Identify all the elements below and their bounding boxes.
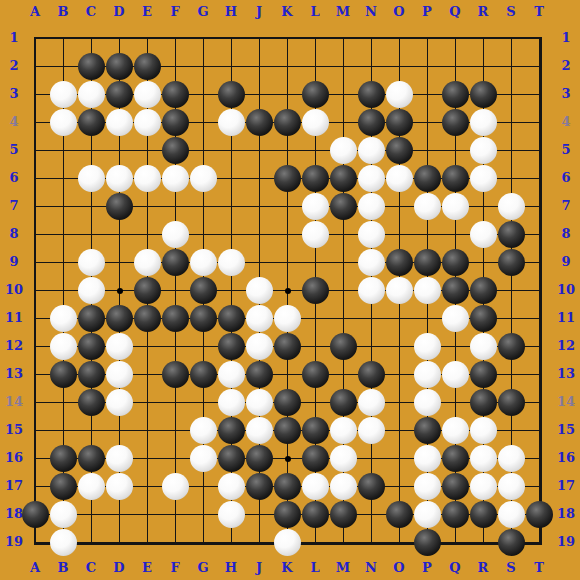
grid-line-vertical [539,38,540,543]
white-stone-P13[interactable] [414,361,441,388]
black-stone-E11[interactable] [134,305,161,332]
black-stone-B17[interactable] [50,473,77,500]
white-stone-D14[interactable] [106,389,133,416]
white-stone-B18[interactable] [50,501,77,528]
row-label-left: 3 [0,86,28,102]
white-stone-S16[interactable] [498,445,525,472]
black-stone-G11[interactable] [190,305,217,332]
white-stone-D16[interactable] [106,445,133,472]
white-stone-O3[interactable] [386,81,413,108]
white-stone-Q7[interactable] [442,193,469,220]
row-label-right: 9 [552,254,580,270]
row-label-right: 12 [552,338,580,354]
white-stone-E6[interactable] [134,165,161,192]
row-label-right: 13 [552,366,580,382]
black-stone-C13[interactable] [78,361,105,388]
white-stone-N15[interactable] [358,417,385,444]
black-stone-Q18[interactable] [442,501,469,528]
black-stone-T18[interactable] [526,501,553,528]
column-label-top: N [361,4,381,20]
white-stone-N14[interactable] [358,389,385,416]
column-label-bottom: T [529,560,549,576]
black-stone-L10[interactable] [302,277,329,304]
black-stone-P19[interactable] [414,529,441,556]
row-label-left: 17 [0,478,28,494]
black-stone-D7[interactable] [106,193,133,220]
white-stone-D13[interactable] [106,361,133,388]
black-stone-L16[interactable] [302,445,329,472]
black-stone-R13[interactable] [470,361,497,388]
row-label-left: 15 [0,422,28,438]
white-stone-N10[interactable] [358,277,385,304]
row-label-left: 6 [0,170,28,186]
row-label-left: 1 [0,30,28,46]
black-stone-C14[interactable] [78,389,105,416]
black-stone-M12[interactable] [330,333,357,360]
black-stone-L18[interactable] [302,501,329,528]
column-label-top: L [305,4,325,20]
column-label-bottom: H [221,560,241,576]
black-stone-L3[interactable] [302,81,329,108]
white-stone-R6[interactable] [470,165,497,192]
white-stone-S17[interactable] [498,473,525,500]
white-stone-M16[interactable] [330,445,357,472]
row-label-left: 10 [0,282,28,298]
row-label-left: 7 [0,198,28,214]
white-stone-D17[interactable] [106,473,133,500]
row-label-right: 7 [552,198,580,214]
column-label-top: R [473,4,493,20]
white-stone-O10[interactable] [386,277,413,304]
white-stone-B12[interactable] [50,333,77,360]
black-stone-H12[interactable] [218,333,245,360]
black-stone-K17[interactable] [274,473,301,500]
white-stone-K11[interactable] [274,305,301,332]
column-label-top: F [165,4,185,20]
row-label-right: 11 [552,310,580,326]
white-stone-G9[interactable] [190,249,217,276]
black-stone-H16[interactable] [218,445,245,472]
white-stone-B4[interactable] [50,109,77,136]
black-stone-N13[interactable] [358,361,385,388]
row-label-left: 16 [0,450,28,466]
white-stone-P12[interactable] [414,333,441,360]
white-stone-N6[interactable] [358,165,385,192]
column-label-top: T [529,4,549,20]
black-stone-B13[interactable] [50,361,77,388]
white-stone-H17[interactable] [218,473,245,500]
black-stone-L15[interactable] [302,417,329,444]
white-stone-R8[interactable] [470,221,497,248]
black-stone-H15[interactable] [218,417,245,444]
column-label-bottom: F [165,560,185,576]
black-stone-D11[interactable] [106,305,133,332]
black-stone-J16[interactable] [246,445,273,472]
black-stone-K18[interactable] [274,501,301,528]
black-stone-B16[interactable] [50,445,77,472]
black-stone-K4[interactable] [274,109,301,136]
white-stone-J10[interactable] [246,277,273,304]
black-stone-P6[interactable] [414,165,441,192]
white-stone-C10[interactable] [78,277,105,304]
white-stone-L4[interactable] [302,109,329,136]
white-stone-C17[interactable] [78,473,105,500]
white-stone-F17[interactable] [162,473,189,500]
black-stone-S8[interactable] [498,221,525,248]
column-label-bottom: A [25,560,45,576]
white-stone-L8[interactable] [302,221,329,248]
white-stone-M17[interactable] [330,473,357,500]
black-stone-E10[interactable] [134,277,161,304]
white-stone-P10[interactable] [414,277,441,304]
black-stone-O18[interactable] [386,501,413,528]
column-label-bottom: N [361,560,381,576]
white-stone-M5[interactable] [330,137,357,164]
black-stone-P15[interactable] [414,417,441,444]
black-stone-D3[interactable] [106,81,133,108]
black-stone-G10[interactable] [190,277,217,304]
go-board-app: AABBCCDDEEFFGGHHJJKKLLMMNNOOPPQQRRSSTT11… [0,0,580,580]
column-label-bottom: O [389,560,409,576]
white-stone-C6[interactable] [78,165,105,192]
black-stone-M7[interactable] [330,193,357,220]
black-stone-E2[interactable] [134,53,161,80]
row-label-right: 15 [552,422,580,438]
black-stone-J13[interactable] [246,361,273,388]
black-stone-H11[interactable] [218,305,245,332]
column-label-bottom: R [473,560,493,576]
black-stone-F3[interactable] [162,81,189,108]
column-label-bottom: D [109,560,129,576]
column-label-top: Q [445,4,465,20]
white-stone-H9[interactable] [218,249,245,276]
row-label-right: 16 [552,450,580,466]
row-label-left: 12 [0,338,28,354]
white-stone-N9[interactable] [358,249,385,276]
column-label-top: M [333,4,353,20]
row-label-left: 2 [0,58,28,74]
column-label-top: C [81,4,101,20]
row-label-left: 9 [0,254,28,270]
white-stone-G6[interactable] [190,165,217,192]
black-stone-Q10[interactable] [442,277,469,304]
star-point [117,288,123,294]
row-label-left: 19 [0,534,28,550]
column-label-bottom: G [193,560,213,576]
row-label-right: 3 [552,86,580,102]
white-stone-R4[interactable] [470,109,497,136]
white-stone-F6[interactable] [162,165,189,192]
column-label-top: O [389,4,409,20]
row-label-left: 4 [0,114,28,130]
black-stone-N3[interactable] [358,81,385,108]
row-label-left: 5 [0,142,28,158]
white-stone-Q15[interactable] [442,417,469,444]
black-stone-N4[interactable] [358,109,385,136]
column-label-top: S [501,4,521,20]
column-label-top: H [221,4,241,20]
white-stone-P18[interactable] [414,501,441,528]
white-stone-P7[interactable] [414,193,441,220]
star-point [285,456,291,462]
black-stone-O9[interactable] [386,249,413,276]
white-stone-J14[interactable] [246,389,273,416]
row-label-right: 6 [552,170,580,186]
white-stone-H4[interactable] [218,109,245,136]
white-stone-P16[interactable] [414,445,441,472]
black-stone-M6[interactable] [330,165,357,192]
white-stone-M15[interactable] [330,417,357,444]
white-stone-O6[interactable] [386,165,413,192]
column-label-top: P [417,4,437,20]
white-stone-D12[interactable] [106,333,133,360]
column-label-bottom: M [333,560,353,576]
black-stone-C12[interactable] [78,333,105,360]
white-stone-F8[interactable] [162,221,189,248]
black-stone-R10[interactable] [470,277,497,304]
row-label-right: 17 [552,478,580,494]
column-label-top: A [25,4,45,20]
white-stone-Q11[interactable] [442,305,469,332]
black-stone-L13[interactable] [302,361,329,388]
black-stone-K12[interactable] [274,333,301,360]
white-stone-L7[interactable] [302,193,329,220]
white-stone-D6[interactable] [106,165,133,192]
white-stone-N7[interactable] [358,193,385,220]
white-stone-L17[interactable] [302,473,329,500]
white-stone-E4[interactable] [134,109,161,136]
black-stone-P9[interactable] [414,249,441,276]
column-label-top: E [137,4,157,20]
white-stone-R16[interactable] [470,445,497,472]
white-stone-J12[interactable] [246,333,273,360]
black-stone-M18[interactable] [330,501,357,528]
column-label-bottom: E [137,560,157,576]
column-label-bottom: C [81,560,101,576]
white-stone-S18[interactable] [498,501,525,528]
white-stone-Q13[interactable] [442,361,469,388]
black-stone-Q9[interactable] [442,249,469,276]
row-label-right: 18 [552,506,580,522]
white-stone-N8[interactable] [358,221,385,248]
black-stone-K15[interactable] [274,417,301,444]
black-stone-D2[interactable] [106,53,133,80]
black-stone-C4[interactable] [78,109,105,136]
row-label-right: 10 [552,282,580,298]
black-stone-F9[interactable] [162,249,189,276]
white-stone-E3[interactable] [134,81,161,108]
white-stone-D4[interactable] [106,109,133,136]
black-stone-C16[interactable] [78,445,105,472]
row-label-right: 2 [552,58,580,74]
column-label-bottom: Q [445,560,465,576]
black-stone-C11[interactable] [78,305,105,332]
white-stone-R5[interactable] [470,137,497,164]
black-stone-S19[interactable] [498,529,525,556]
black-stone-Q3[interactable] [442,81,469,108]
row-label-right: 14 [552,394,580,410]
white-stone-J15[interactable] [246,417,273,444]
black-stone-F13[interactable] [162,361,189,388]
black-stone-R3[interactable] [470,81,497,108]
white-stone-H18[interactable] [218,501,245,528]
white-stone-G15[interactable] [190,417,217,444]
white-stone-R17[interactable] [470,473,497,500]
black-stone-F4[interactable] [162,109,189,136]
column-label-bottom: L [305,560,325,576]
column-label-top: D [109,4,129,20]
column-label-top: J [249,4,269,20]
white-stone-C9[interactable] [78,249,105,276]
white-stone-P14[interactable] [414,389,441,416]
black-stone-H3[interactable] [218,81,245,108]
black-stone-K6[interactable] [274,165,301,192]
row-label-right: 1 [552,30,580,46]
black-stone-L6[interactable] [302,165,329,192]
column-label-bottom: K [277,560,297,576]
white-stone-B11[interactable] [50,305,77,332]
black-stone-F11[interactable] [162,305,189,332]
column-label-top: K [277,4,297,20]
column-label-top: G [193,4,213,20]
black-stone-Q4[interactable] [442,109,469,136]
column-label-bottom: S [501,560,521,576]
black-stone-K14[interactable] [274,389,301,416]
black-stone-S9[interactable] [498,249,525,276]
row-label-right: 8 [552,226,580,242]
row-label-left: 11 [0,310,28,326]
white-stone-G16[interactable] [190,445,217,472]
black-stone-J17[interactable] [246,473,273,500]
black-stone-G13[interactable] [190,361,217,388]
black-stone-R14[interactable] [470,389,497,416]
star-point [285,288,291,294]
black-stone-N17[interactable] [358,473,385,500]
column-label-top: B [53,4,73,20]
white-stone-S7[interactable] [498,193,525,220]
white-stone-C3[interactable] [78,81,105,108]
black-stone-Q6[interactable] [442,165,469,192]
black-stone-M14[interactable] [330,389,357,416]
black-stone-O4[interactable] [386,109,413,136]
black-stone-O5[interactable] [386,137,413,164]
row-label-right: 4 [552,114,580,130]
black-stone-S14[interactable] [498,389,525,416]
column-label-bottom: J [249,560,269,576]
row-label-left: 14 [0,394,28,410]
black-stone-J4[interactable] [246,109,273,136]
white-stone-K19[interactable] [274,529,301,556]
black-stone-R11[interactable] [470,305,497,332]
white-stone-R15[interactable] [470,417,497,444]
row-label-left: 13 [0,366,28,382]
row-label-left: 8 [0,226,28,242]
column-label-bottom: B [53,560,73,576]
black-stone-R18[interactable] [470,501,497,528]
white-stone-R12[interactable] [470,333,497,360]
black-stone-F5[interactable] [162,137,189,164]
white-stone-H13[interactable] [218,361,245,388]
white-stone-H14[interactable] [218,389,245,416]
row-label-right: 19 [552,534,580,550]
white-stone-B19[interactable] [50,529,77,556]
column-label-bottom: P [417,560,437,576]
black-stone-Q16[interactable] [442,445,469,472]
row-label-right: 5 [552,142,580,158]
white-stone-E9[interactable] [134,249,161,276]
black-stone-A18[interactable] [22,501,49,528]
white-stone-N5[interactable] [358,137,385,164]
black-stone-S12[interactable] [498,333,525,360]
white-stone-B3[interactable] [50,81,77,108]
black-stone-C2[interactable] [78,53,105,80]
white-stone-J11[interactable] [246,305,273,332]
black-stone-Q17[interactable] [442,473,469,500]
white-stone-P17[interactable] [414,473,441,500]
